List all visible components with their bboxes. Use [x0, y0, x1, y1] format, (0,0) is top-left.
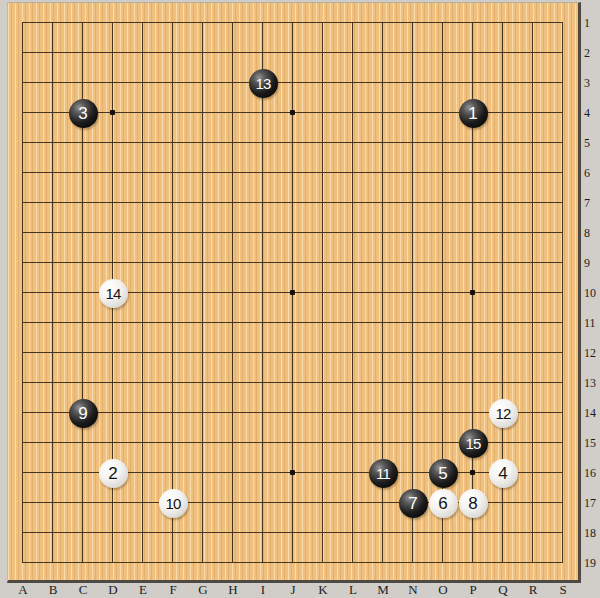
intersection-E17[interactable] — [128, 488, 158, 518]
intersection-J7[interactable] — [278, 188, 308, 218]
intersection-H12[interactable] — [218, 338, 248, 368]
intersection-A5[interactable] — [8, 128, 38, 158]
intersection-E13[interactable] — [128, 368, 158, 398]
intersection-A14[interactable] — [8, 398, 38, 428]
intersection-F11[interactable] — [158, 308, 188, 338]
intersection-Q11[interactable] — [488, 308, 518, 338]
intersection-K18[interactable] — [308, 518, 338, 548]
intersection-M1[interactable] — [368, 8, 398, 38]
intersection-K12[interactable] — [308, 338, 338, 368]
intersection-G13[interactable] — [188, 368, 218, 398]
intersection-I10[interactable] — [248, 278, 278, 308]
intersection-F19[interactable] — [158, 548, 188, 578]
intersection-C5[interactable] — [68, 128, 98, 158]
intersection-E10[interactable] — [128, 278, 158, 308]
intersection-F17[interactable]: 10 — [158, 488, 188, 518]
intersection-H13[interactable] — [218, 368, 248, 398]
intersection-E15[interactable] — [128, 428, 158, 458]
intersection-P13[interactable] — [458, 368, 488, 398]
intersection-F3[interactable] — [158, 68, 188, 98]
intersection-F9[interactable] — [158, 248, 188, 278]
intersection-G12[interactable] — [188, 338, 218, 368]
intersection-K19[interactable] — [308, 548, 338, 578]
intersection-C8[interactable] — [68, 218, 98, 248]
intersection-D18[interactable] — [98, 518, 128, 548]
intersection-G1[interactable] — [188, 8, 218, 38]
intersection-M14[interactable] — [368, 398, 398, 428]
intersection-K10[interactable] — [308, 278, 338, 308]
intersection-R3[interactable] — [518, 68, 548, 98]
intersection-F15[interactable] — [158, 428, 188, 458]
intersection-M12[interactable] — [368, 338, 398, 368]
intersection-N14[interactable] — [398, 398, 428, 428]
intersection-A8[interactable] — [8, 218, 38, 248]
intersection-R13[interactable] — [518, 368, 548, 398]
intersection-B14[interactable] — [38, 398, 68, 428]
intersection-H3[interactable] — [218, 68, 248, 98]
intersection-L14[interactable] — [338, 398, 368, 428]
intersection-I9[interactable] — [248, 248, 278, 278]
intersection-I19[interactable] — [248, 548, 278, 578]
intersection-A2[interactable] — [8, 38, 38, 68]
intersection-K5[interactable] — [308, 128, 338, 158]
intersection-C11[interactable] — [68, 308, 98, 338]
intersection-S8[interactable] — [548, 218, 578, 248]
intersection-J10[interactable] — [278, 278, 308, 308]
intersection-J5[interactable] — [278, 128, 308, 158]
intersection-Q9[interactable] — [488, 248, 518, 278]
intersection-K11[interactable] — [308, 308, 338, 338]
intersection-S13[interactable] — [548, 368, 578, 398]
intersection-E11[interactable] — [128, 308, 158, 338]
intersection-S19[interactable] — [548, 548, 578, 578]
intersection-F2[interactable] — [158, 38, 188, 68]
intersection-H2[interactable] — [218, 38, 248, 68]
intersection-O10[interactable] — [428, 278, 458, 308]
intersection-O6[interactable] — [428, 158, 458, 188]
intersection-Q16[interactable]: 4 — [488, 458, 518, 488]
intersection-E8[interactable] — [128, 218, 158, 248]
intersection-E9[interactable] — [128, 248, 158, 278]
intersection-B5[interactable] — [38, 128, 68, 158]
intersection-J1[interactable] — [278, 8, 308, 38]
intersection-A6[interactable] — [8, 158, 38, 188]
intersection-A3[interactable] — [8, 68, 38, 98]
intersection-J13[interactable] — [278, 368, 308, 398]
intersection-E1[interactable] — [128, 8, 158, 38]
intersection-P2[interactable] — [458, 38, 488, 68]
intersection-J17[interactable] — [278, 488, 308, 518]
intersection-G17[interactable] — [188, 488, 218, 518]
intersection-N12[interactable] — [398, 338, 428, 368]
intersection-L10[interactable] — [338, 278, 368, 308]
intersection-O8[interactable] — [428, 218, 458, 248]
intersection-R5[interactable] — [518, 128, 548, 158]
intersection-P3[interactable] — [458, 68, 488, 98]
intersection-H8[interactable] — [218, 218, 248, 248]
intersection-J18[interactable] — [278, 518, 308, 548]
intersection-R2[interactable] — [518, 38, 548, 68]
intersection-L19[interactable] — [338, 548, 368, 578]
intersection-S5[interactable] — [548, 128, 578, 158]
intersection-L4[interactable] — [338, 98, 368, 128]
intersection-D9[interactable] — [98, 248, 128, 278]
intersection-O19[interactable] — [428, 548, 458, 578]
intersection-C4[interactable]: 3 — [68, 98, 98, 128]
intersection-H15[interactable] — [218, 428, 248, 458]
intersection-S9[interactable] — [548, 248, 578, 278]
intersection-S10[interactable] — [548, 278, 578, 308]
intersection-J12[interactable] — [278, 338, 308, 368]
intersection-Q4[interactable] — [488, 98, 518, 128]
intersection-M2[interactable] — [368, 38, 398, 68]
intersection-E18[interactable] — [128, 518, 158, 548]
intersection-I4[interactable] — [248, 98, 278, 128]
intersection-K7[interactable] — [308, 188, 338, 218]
intersection-Q12[interactable] — [488, 338, 518, 368]
intersection-I8[interactable] — [248, 218, 278, 248]
intersection-B6[interactable] — [38, 158, 68, 188]
intersection-A11[interactable] — [8, 308, 38, 338]
intersection-D3[interactable] — [98, 68, 128, 98]
intersection-R12[interactable] — [518, 338, 548, 368]
intersection-O16[interactable]: 5 — [428, 458, 458, 488]
intersection-K4[interactable] — [308, 98, 338, 128]
intersection-I5[interactable] — [248, 128, 278, 158]
intersection-H18[interactable] — [218, 518, 248, 548]
intersection-G7[interactable] — [188, 188, 218, 218]
intersection-N3[interactable] — [398, 68, 428, 98]
intersection-D7[interactable] — [98, 188, 128, 218]
intersection-K6[interactable] — [308, 158, 338, 188]
intersection-B9[interactable] — [38, 248, 68, 278]
intersection-L13[interactable] — [338, 368, 368, 398]
intersection-F13[interactable] — [158, 368, 188, 398]
intersection-G5[interactable] — [188, 128, 218, 158]
intersection-A13[interactable] — [8, 368, 38, 398]
intersection-G19[interactable] — [188, 548, 218, 578]
intersection-E3[interactable] — [128, 68, 158, 98]
intersection-F7[interactable] — [158, 188, 188, 218]
intersection-B13[interactable] — [38, 368, 68, 398]
intersection-R7[interactable] — [518, 188, 548, 218]
intersection-G14[interactable] — [188, 398, 218, 428]
intersection-R18[interactable] — [518, 518, 548, 548]
intersection-L15[interactable] — [338, 428, 368, 458]
intersection-F10[interactable] — [158, 278, 188, 308]
intersection-D10[interactable]: 14 — [98, 278, 128, 308]
intersection-S2[interactable] — [548, 38, 578, 68]
intersection-C3[interactable] — [68, 68, 98, 98]
intersection-B11[interactable] — [38, 308, 68, 338]
intersection-L9[interactable] — [338, 248, 368, 278]
intersection-N17[interactable]: 7 — [398, 488, 428, 518]
intersection-M13[interactable] — [368, 368, 398, 398]
intersection-J16[interactable] — [278, 458, 308, 488]
intersection-N7[interactable] — [398, 188, 428, 218]
intersection-K13[interactable] — [308, 368, 338, 398]
intersection-N18[interactable] — [398, 518, 428, 548]
intersection-B18[interactable] — [38, 518, 68, 548]
intersection-R16[interactable] — [518, 458, 548, 488]
intersection-I7[interactable] — [248, 188, 278, 218]
intersection-P1[interactable] — [458, 8, 488, 38]
intersection-H7[interactable] — [218, 188, 248, 218]
intersection-G3[interactable] — [188, 68, 218, 98]
intersection-F16[interactable] — [158, 458, 188, 488]
intersection-M3[interactable] — [368, 68, 398, 98]
intersection-Q5[interactable] — [488, 128, 518, 158]
intersection-O13[interactable] — [428, 368, 458, 398]
intersection-N11[interactable] — [398, 308, 428, 338]
intersection-E19[interactable] — [128, 548, 158, 578]
intersection-H4[interactable] — [218, 98, 248, 128]
intersection-I11[interactable] — [248, 308, 278, 338]
intersection-B4[interactable] — [38, 98, 68, 128]
intersection-J6[interactable] — [278, 158, 308, 188]
intersection-B17[interactable] — [38, 488, 68, 518]
intersection-L11[interactable] — [338, 308, 368, 338]
intersection-R15[interactable] — [518, 428, 548, 458]
intersection-L1[interactable] — [338, 8, 368, 38]
intersection-J2[interactable] — [278, 38, 308, 68]
intersection-A15[interactable] — [8, 428, 38, 458]
intersection-O17[interactable]: 6 — [428, 488, 458, 518]
intersection-R9[interactable] — [518, 248, 548, 278]
intersection-L2[interactable] — [338, 38, 368, 68]
intersection-M10[interactable] — [368, 278, 398, 308]
intersection-L17[interactable] — [338, 488, 368, 518]
intersection-R8[interactable] — [518, 218, 548, 248]
intersection-S16[interactable] — [548, 458, 578, 488]
intersection-S1[interactable] — [548, 8, 578, 38]
intersection-I12[interactable] — [248, 338, 278, 368]
intersection-Q14[interactable]: 12 — [488, 398, 518, 428]
intersection-A18[interactable] — [8, 518, 38, 548]
intersection-D16[interactable]: 2 — [98, 458, 128, 488]
intersection-B2[interactable] — [38, 38, 68, 68]
intersection-P9[interactable] — [458, 248, 488, 278]
intersection-D4[interactable] — [98, 98, 128, 128]
intersection-A16[interactable] — [8, 458, 38, 488]
intersection-G8[interactable] — [188, 218, 218, 248]
intersection-S12[interactable] — [548, 338, 578, 368]
intersection-E16[interactable] — [128, 458, 158, 488]
intersection-Q3[interactable] — [488, 68, 518, 98]
intersection-B16[interactable] — [38, 458, 68, 488]
intersection-M7[interactable] — [368, 188, 398, 218]
intersection-Q6[interactable] — [488, 158, 518, 188]
intersection-I2[interactable] — [248, 38, 278, 68]
intersection-E2[interactable] — [128, 38, 158, 68]
intersection-J14[interactable] — [278, 398, 308, 428]
intersection-R17[interactable] — [518, 488, 548, 518]
intersection-N9[interactable] — [398, 248, 428, 278]
intersection-C2[interactable] — [68, 38, 98, 68]
intersection-H1[interactable] — [218, 8, 248, 38]
intersection-A4[interactable] — [8, 98, 38, 128]
intersection-D12[interactable] — [98, 338, 128, 368]
intersection-M16[interactable]: 11 — [368, 458, 398, 488]
intersection-C15[interactable] — [68, 428, 98, 458]
intersection-N15[interactable] — [398, 428, 428, 458]
intersection-A12[interactable] — [8, 338, 38, 368]
intersection-C12[interactable] — [68, 338, 98, 368]
intersection-A10[interactable] — [8, 278, 38, 308]
intersection-I1[interactable] — [248, 8, 278, 38]
intersection-S14[interactable] — [548, 398, 578, 428]
intersection-G9[interactable] — [188, 248, 218, 278]
intersection-M5[interactable] — [368, 128, 398, 158]
intersection-R19[interactable] — [518, 548, 548, 578]
intersection-O15[interactable] — [428, 428, 458, 458]
intersection-M19[interactable] — [368, 548, 398, 578]
intersection-N13[interactable] — [398, 368, 428, 398]
intersection-P8[interactable] — [458, 218, 488, 248]
intersection-S11[interactable] — [548, 308, 578, 338]
intersection-L6[interactable] — [338, 158, 368, 188]
intersection-B15[interactable] — [38, 428, 68, 458]
intersection-K3[interactable] — [308, 68, 338, 98]
intersection-L8[interactable] — [338, 218, 368, 248]
intersection-O12[interactable] — [428, 338, 458, 368]
intersection-N4[interactable] — [398, 98, 428, 128]
intersection-I16[interactable] — [248, 458, 278, 488]
intersection-N10[interactable] — [398, 278, 428, 308]
intersection-Q18[interactable] — [488, 518, 518, 548]
intersection-B7[interactable] — [38, 188, 68, 218]
intersection-E6[interactable] — [128, 158, 158, 188]
intersection-L3[interactable] — [338, 68, 368, 98]
intersection-E12[interactable] — [128, 338, 158, 368]
intersection-Q10[interactable] — [488, 278, 518, 308]
intersection-F8[interactable] — [158, 218, 188, 248]
intersection-P11[interactable] — [458, 308, 488, 338]
intersection-A9[interactable] — [8, 248, 38, 278]
intersection-G10[interactable] — [188, 278, 218, 308]
intersection-H6[interactable] — [218, 158, 248, 188]
intersection-G11[interactable] — [188, 308, 218, 338]
intersection-C18[interactable] — [68, 518, 98, 548]
intersection-E5[interactable] — [128, 128, 158, 158]
intersection-I13[interactable] — [248, 368, 278, 398]
intersection-N19[interactable] — [398, 548, 428, 578]
intersection-O3[interactable] — [428, 68, 458, 98]
intersection-L12[interactable] — [338, 338, 368, 368]
intersection-D6[interactable] — [98, 158, 128, 188]
intersection-O5[interactable] — [428, 128, 458, 158]
intersection-C13[interactable] — [68, 368, 98, 398]
intersection-N2[interactable] — [398, 38, 428, 68]
intersection-Q15[interactable] — [488, 428, 518, 458]
intersection-H10[interactable] — [218, 278, 248, 308]
intersection-K8[interactable] — [308, 218, 338, 248]
intersection-C14[interactable]: 9 — [68, 398, 98, 428]
intersection-D15[interactable] — [98, 428, 128, 458]
intersection-B3[interactable] — [38, 68, 68, 98]
intersection-P15[interactable]: 15 — [458, 428, 488, 458]
intersection-Q13[interactable] — [488, 368, 518, 398]
intersection-M9[interactable] — [368, 248, 398, 278]
intersection-K17[interactable] — [308, 488, 338, 518]
intersection-Q1[interactable] — [488, 8, 518, 38]
intersection-M8[interactable] — [368, 218, 398, 248]
intersection-F6[interactable] — [158, 158, 188, 188]
intersection-B19[interactable] — [38, 548, 68, 578]
intersection-O2[interactable] — [428, 38, 458, 68]
intersection-J11[interactable] — [278, 308, 308, 338]
intersection-O9[interactable] — [428, 248, 458, 278]
intersection-P16[interactable] — [458, 458, 488, 488]
intersection-N5[interactable] — [398, 128, 428, 158]
intersection-F5[interactable] — [158, 128, 188, 158]
intersection-G4[interactable] — [188, 98, 218, 128]
intersection-L5[interactable] — [338, 128, 368, 158]
intersection-B12[interactable] — [38, 338, 68, 368]
intersection-B10[interactable] — [38, 278, 68, 308]
intersection-D14[interactable] — [98, 398, 128, 428]
intersection-J4[interactable] — [278, 98, 308, 128]
intersection-C7[interactable] — [68, 188, 98, 218]
intersection-P4[interactable]: 1 — [458, 98, 488, 128]
intersection-J19[interactable] — [278, 548, 308, 578]
intersection-C1[interactable] — [68, 8, 98, 38]
intersection-I18[interactable] — [248, 518, 278, 548]
intersection-K2[interactable] — [308, 38, 338, 68]
intersection-Q17[interactable] — [488, 488, 518, 518]
intersection-H19[interactable] — [218, 548, 248, 578]
intersection-S3[interactable] — [548, 68, 578, 98]
intersection-J3[interactable] — [278, 68, 308, 98]
intersection-P18[interactable] — [458, 518, 488, 548]
intersection-N1[interactable] — [398, 8, 428, 38]
intersection-M15[interactable] — [368, 428, 398, 458]
intersection-H9[interactable] — [218, 248, 248, 278]
intersection-C16[interactable] — [68, 458, 98, 488]
intersection-M4[interactable] — [368, 98, 398, 128]
intersection-N8[interactable] — [398, 218, 428, 248]
intersection-E4[interactable] — [128, 98, 158, 128]
intersection-F12[interactable] — [158, 338, 188, 368]
intersection-H11[interactable] — [218, 308, 248, 338]
intersection-A7[interactable] — [8, 188, 38, 218]
intersection-D5[interactable] — [98, 128, 128, 158]
intersection-L18[interactable] — [338, 518, 368, 548]
intersection-M18[interactable] — [368, 518, 398, 548]
intersection-C17[interactable] — [68, 488, 98, 518]
intersection-A19[interactable] — [8, 548, 38, 578]
intersection-R11[interactable] — [518, 308, 548, 338]
intersection-H14[interactable] — [218, 398, 248, 428]
intersection-P10[interactable] — [458, 278, 488, 308]
intersection-P19[interactable] — [458, 548, 488, 578]
intersection-D1[interactable] — [98, 8, 128, 38]
intersection-R1[interactable] — [518, 8, 548, 38]
intersection-I14[interactable] — [248, 398, 278, 428]
intersection-D2[interactable] — [98, 38, 128, 68]
intersection-Q7[interactable] — [488, 188, 518, 218]
intersection-R6[interactable] — [518, 158, 548, 188]
intersection-G15[interactable] — [188, 428, 218, 458]
intersection-Q19[interactable] — [488, 548, 518, 578]
intersection-G2[interactable] — [188, 38, 218, 68]
intersection-I3[interactable]: 13 — [248, 68, 278, 98]
intersection-M17[interactable] — [368, 488, 398, 518]
intersection-O7[interactable] — [428, 188, 458, 218]
intersection-R4[interactable] — [518, 98, 548, 128]
intersection-P17[interactable]: 8 — [458, 488, 488, 518]
intersection-S6[interactable] — [548, 158, 578, 188]
